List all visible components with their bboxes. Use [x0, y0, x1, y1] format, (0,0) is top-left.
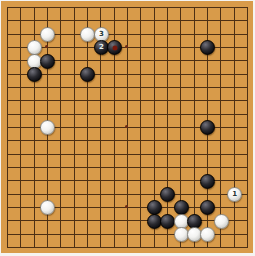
go-board-diagram: 321 — [0, 0, 255, 256]
move-number-label: 1 — [232, 191, 237, 198]
grid-line-vertical — [167, 7, 168, 248]
grid-line-horizontal — [7, 247, 248, 248]
grid-line-vertical — [234, 7, 235, 248]
grid-line-vertical — [194, 7, 195, 248]
grid-line-horizontal — [7, 140, 248, 141]
grid-line-vertical — [247, 7, 248, 248]
last-move-marker-dot — [112, 45, 117, 50]
move-number-label: 2 — [99, 44, 104, 51]
grid-line-horizontal — [7, 154, 248, 155]
grid-line-horizontal — [7, 194, 248, 195]
grid-line-vertical — [140, 7, 141, 248]
grid-line-vertical — [220, 7, 221, 248]
grid-line-horizontal — [7, 220, 248, 221]
grid-line-horizontal — [7, 167, 248, 168]
stone-white-r3[interactable] — [214, 214, 229, 229]
move-number-label: 3 — [99, 31, 104, 38]
